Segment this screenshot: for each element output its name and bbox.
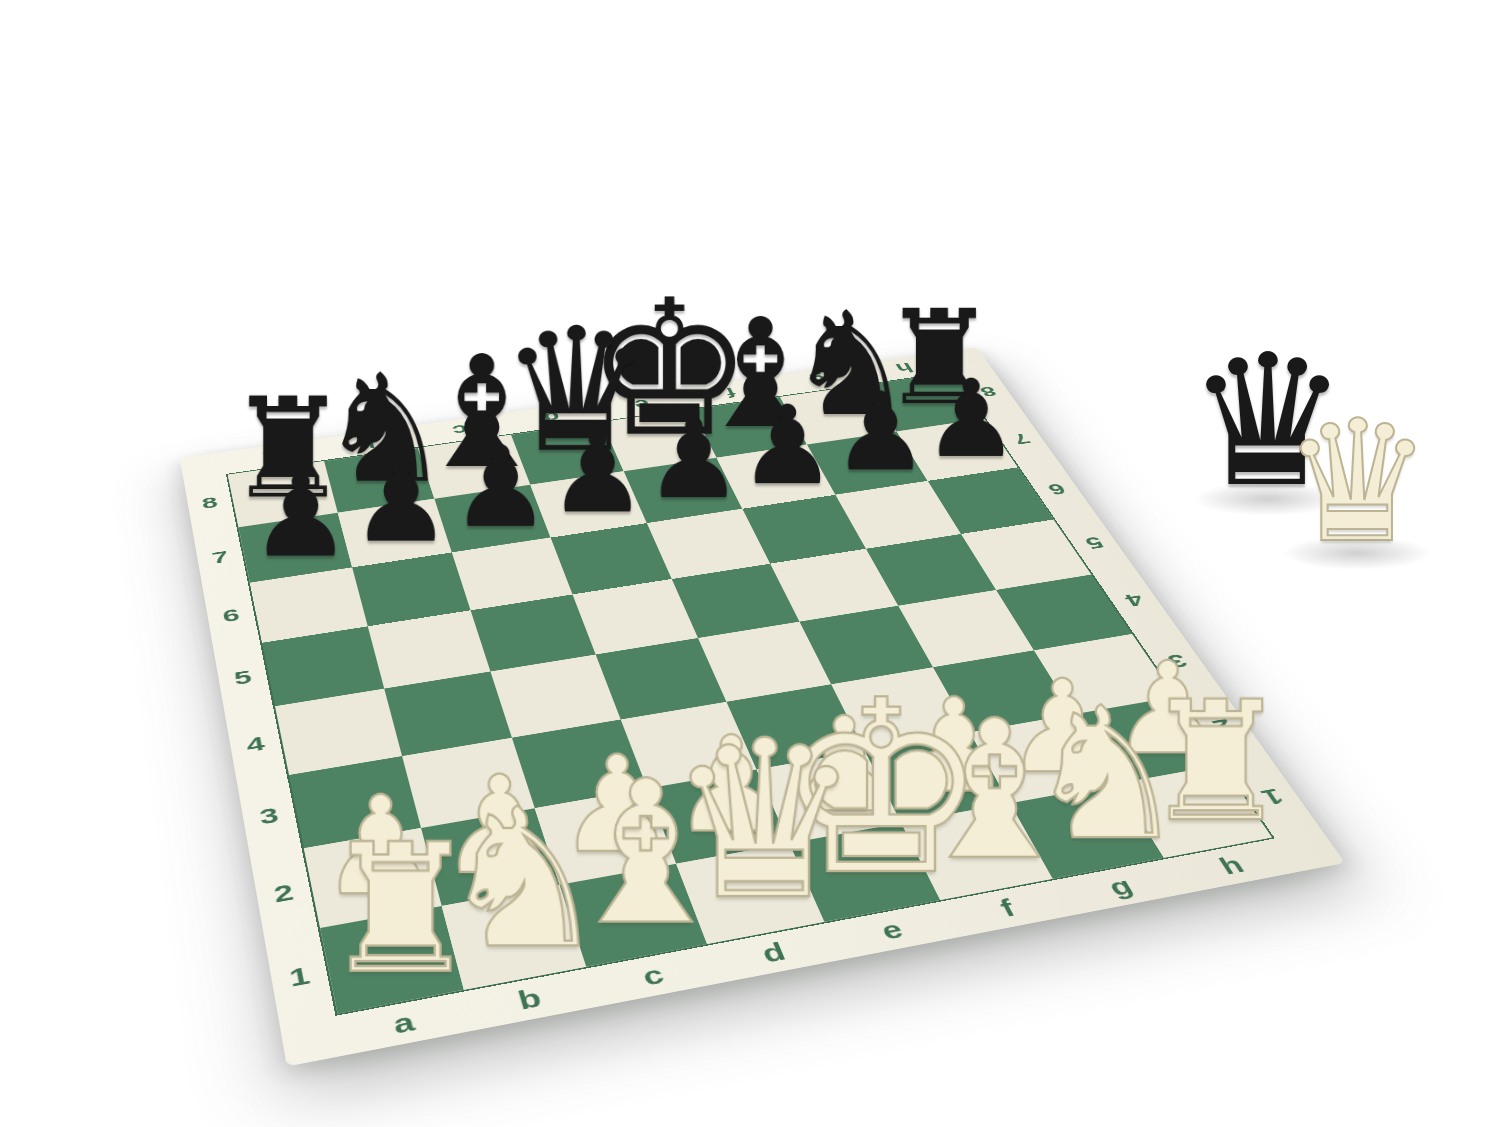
piece-black-pawn-e7[interactable]: ♟ <box>644 404 743 514</box>
square-a5[interactable] <box>262 626 384 706</box>
file-label-g: g <box>1104 874 1137 900</box>
rank-label-8: 8 <box>200 494 218 511</box>
square-c7[interactable]: ♟ <box>434 485 550 553</box>
piece-black-pawn-a7[interactable]: ♟ <box>250 459 352 573</box>
file-label-f: f <box>996 896 1019 921</box>
file-label-a: a <box>391 1009 417 1038</box>
piece-black-pawn-b7[interactable]: ♟ <box>351 445 452 558</box>
board-scene: abcdefgh 87654321 ♜♞♝♛♚♝♞♜♟♟♟♟♟♟♟♟♟♟♟♟♟♟… <box>180 347 1346 1066</box>
piece-shadow <box>1282 536 1432 570</box>
piece-white-rook-a1[interactable]: ♜ <box>320 821 479 998</box>
spare-white-queen[interactable]: ♛ <box>1282 398 1433 566</box>
rank-label-7: 7 <box>210 548 229 566</box>
rank-label-4: 4 <box>1121 590 1148 609</box>
file-label-d: d <box>758 939 789 967</box>
piece-black-pawn-c7[interactable]: ♟ <box>450 431 550 543</box>
rank-label-4: 4 <box>245 733 266 755</box>
piece-black-pawn-h7[interactable]: ♟ <box>923 365 1019 472</box>
square-a1[interactable]: ♜ <box>320 906 463 1014</box>
board-grid: ♜♞♝♛♚♝♞♜♟♟♟♟♟♟♟♟♟♟♟♟♟♟♟♟♜♞♝♛♚♝♞♜ <box>226 372 1275 1016</box>
piece-black-pawn-d7[interactable]: ♟ <box>548 417 647 528</box>
square-a7[interactable]: ♟ <box>239 513 352 583</box>
product-photo: abcdefgh 87654321 ♜♞♝♛♚♝♞♜♟♟♟♟♟♟♟♟♟♟♟♟♟♟… <box>0 0 1500 1127</box>
rank-label-6: 6 <box>1044 481 1069 498</box>
file-label-h: h <box>1215 853 1249 879</box>
rank-label-5: 5 <box>1081 534 1107 552</box>
rank-label-1: 1 <box>287 963 311 991</box>
rank-label-6: 6 <box>221 606 241 626</box>
piece-black-pawn-g7[interactable]: ♟ <box>832 378 929 486</box>
rank-label-3: 3 <box>258 804 280 828</box>
file-label-c: c <box>639 962 667 990</box>
file-label-e: e <box>877 917 907 944</box>
square-b7[interactable]: ♟ <box>337 499 452 568</box>
square-d5[interactable] <box>572 579 698 655</box>
rank-label-2: 2 <box>272 880 295 906</box>
rank-label-5: 5 <box>232 667 253 688</box>
file-label-b: b <box>515 985 544 1014</box>
piece-black-pawn-f7[interactable]: ♟ <box>739 391 837 500</box>
vinyl-mat: abcdefgh 87654321 ♜♞♝♛♚♝♞♜♟♟♟♟♟♟♟♟♟♟♟♟♟♟… <box>180 347 1346 1066</box>
